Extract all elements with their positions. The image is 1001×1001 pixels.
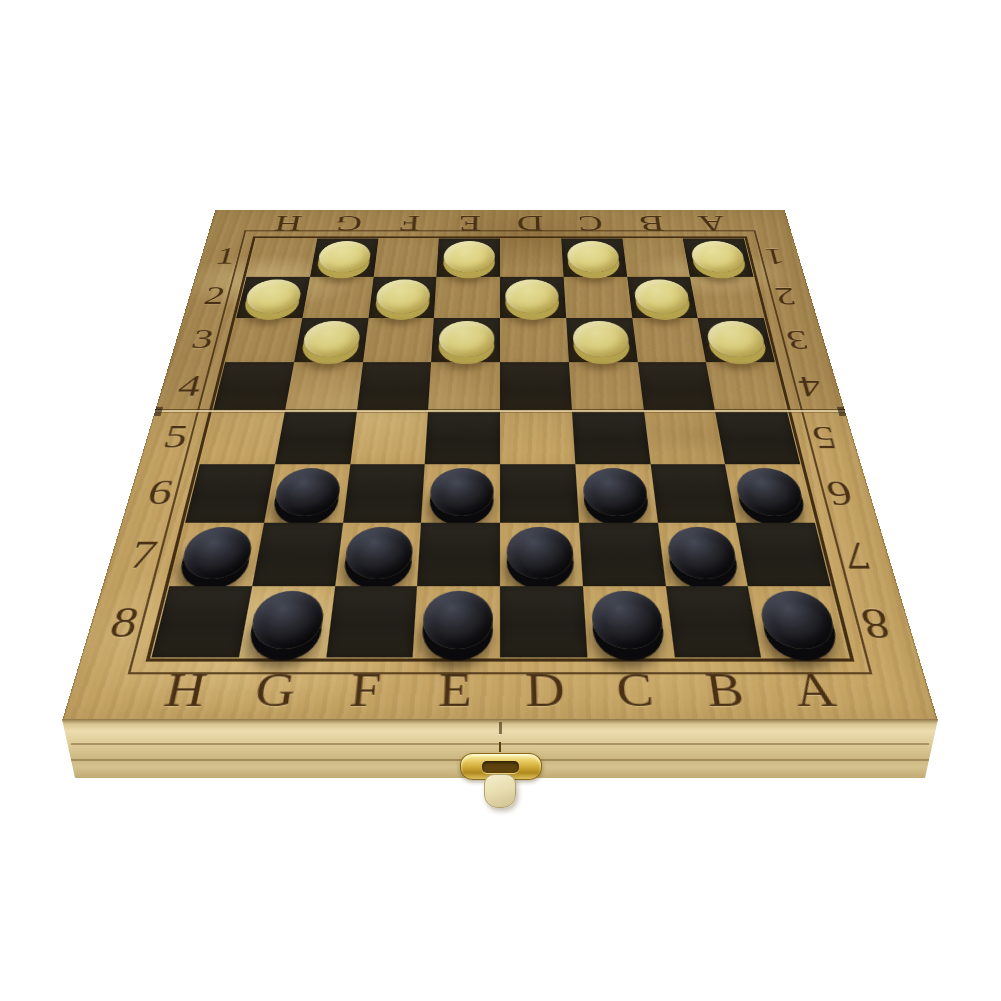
checker-light-g3[interactable] [301,321,362,358]
checker-light-a1[interactable] [689,241,747,272]
checker-light-g1[interactable] [316,241,372,272]
square-d3[interactable] [500,318,569,363]
square-a5[interactable] [715,411,800,464]
square-c1[interactable] [561,239,627,277]
brass-latch[interactable] [455,748,545,810]
square-e7[interactable] [417,522,500,586]
square-g8[interactable] [239,586,335,657]
checker-dark-a6[interactable] [733,468,806,516]
square-h6[interactable] [185,464,275,522]
square-a3[interactable] [698,318,775,363]
checker-dark-d7[interactable] [507,527,575,579]
checker-light-h2[interactable] [243,279,303,313]
square-h3[interactable] [225,318,302,363]
checker-light-c1[interactable] [567,241,621,272]
square-e2[interactable] [434,277,500,318]
square-f6[interactable] [343,464,425,522]
square-c2[interactable] [563,277,632,318]
square-a4[interactable] [706,362,787,411]
square-f4[interactable] [357,362,432,411]
square-d8[interactable] [500,586,587,657]
square-b3[interactable] [632,318,706,363]
checker-light-b2[interactable] [633,279,691,313]
board-grid [152,239,849,658]
square-h7[interactable] [169,522,264,586]
checker-dark-g8[interactable] [248,591,327,649]
square-g3[interactable] [294,318,368,363]
square-a7[interactable] [736,522,831,586]
square-d6[interactable] [500,464,579,522]
checker-dark-h7[interactable] [178,527,256,579]
latch-knob[interactable] [484,774,516,808]
board-surface: HGFEDCBA HGFEDCBA 12345678 12345678 [62,210,938,721]
square-b1[interactable] [622,239,690,277]
square-g7[interactable] [252,522,343,586]
square-a2[interactable] [690,277,764,318]
square-b7[interactable] [657,522,748,586]
square-d1[interactable] [500,239,563,277]
square-f3[interactable] [363,318,435,363]
square-d2[interactable] [500,277,566,318]
square-g2[interactable] [302,277,373,318]
square-e5[interactable] [425,411,500,464]
square-e6[interactable] [421,464,500,522]
checker-dark-b7[interactable] [665,527,739,579]
square-f8[interactable] [326,586,418,657]
checker-dark-f7[interactable] [343,527,414,579]
checker-light-e3[interactable] [438,321,494,358]
checker-dark-g6[interactable] [272,468,342,516]
square-d5[interactable] [500,411,575,464]
checker-dark-a8[interactable] [756,591,838,649]
square-a6[interactable] [725,464,815,522]
square-c6[interactable] [575,464,657,522]
square-f5[interactable] [350,411,428,464]
square-f7[interactable] [335,522,422,586]
square-a1[interactable] [683,239,753,277]
square-d7[interactable] [500,522,583,586]
board-game-photo: HGFEDCBA HGFEDCBA 12345678 12345678 [0,0,1001,1001]
square-c4[interactable] [569,362,644,411]
square-e3[interactable] [431,318,500,363]
square-b8[interactable] [665,586,761,657]
checker-dark-e8[interactable] [421,591,492,649]
square-c5[interactable] [572,411,650,464]
checker-light-e1[interactable] [443,241,495,272]
square-e4[interactable] [428,362,500,411]
checker-light-c3[interactable] [572,321,631,358]
square-h1[interactable] [247,239,317,277]
square-h2[interactable] [236,277,310,318]
checker-light-a3[interactable] [704,321,767,358]
square-d4[interactable] [500,362,572,411]
checker-dark-e6[interactable] [429,468,493,516]
perspective-wrapper: HGFEDCBA HGFEDCBA 12345678 12345678 [155,66,845,756]
lid-seam-notch [499,722,502,734]
square-h5[interactable] [200,411,285,464]
square-f1[interactable] [373,239,439,277]
square-c3[interactable] [566,318,638,363]
square-b2[interactable] [627,277,698,318]
fold-seam [154,409,845,413]
square-h4[interactable] [213,362,294,411]
square-c7[interactable] [579,522,666,586]
checker-light-d2[interactable] [506,279,560,313]
square-a8[interactable] [748,586,848,657]
square-g5[interactable] [275,411,357,464]
square-b4[interactable] [637,362,715,411]
square-e1[interactable] [437,239,500,277]
square-e8[interactable] [413,586,500,657]
square-b5[interactable] [644,411,726,464]
square-g4[interactable] [285,362,363,411]
checker-dark-c8[interactable] [590,591,665,649]
square-h8[interactable] [152,586,252,657]
square-f2[interactable] [368,277,437,318]
square-g6[interactable] [264,464,350,522]
square-b6[interactable] [650,464,736,522]
square-g1[interactable] [310,239,378,277]
checker-dark-c6[interactable] [582,468,649,516]
square-c8[interactable] [583,586,675,657]
checker-light-f2[interactable] [375,279,431,313]
